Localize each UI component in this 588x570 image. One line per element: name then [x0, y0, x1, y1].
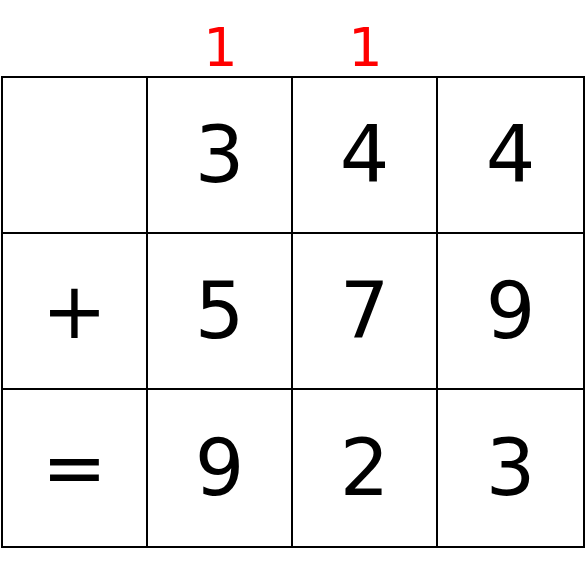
- grid-cell: 9: [438, 234, 583, 390]
- grid-cell: [3, 78, 148, 234]
- carry-digit: [438, 0, 583, 76]
- grid-cell: 3: [148, 78, 293, 234]
- grid-cell: 5: [148, 234, 293, 390]
- carry-digit: [3, 0, 148, 76]
- addition-worksheet: 1 1 3 4 4 + 5 7 9 = 9 2 3: [0, 0, 588, 570]
- grid-cell: 3: [438, 390, 583, 546]
- grid-cell: 7: [293, 234, 438, 390]
- grid-cell: 4: [293, 78, 438, 234]
- carry-digit: 1: [293, 0, 438, 76]
- equals-cell: =: [3, 390, 148, 546]
- addition-board: 3 4 4 + 5 7 9 = 9 2 3: [1, 76, 585, 548]
- grid-cell: 4: [438, 78, 583, 234]
- carry-digit: 1: [148, 0, 293, 76]
- carry-row: 1 1: [3, 0, 583, 76]
- grid-cell: 9: [148, 390, 293, 546]
- grid-cell: 2: [293, 390, 438, 546]
- operator-cell: +: [3, 234, 148, 390]
